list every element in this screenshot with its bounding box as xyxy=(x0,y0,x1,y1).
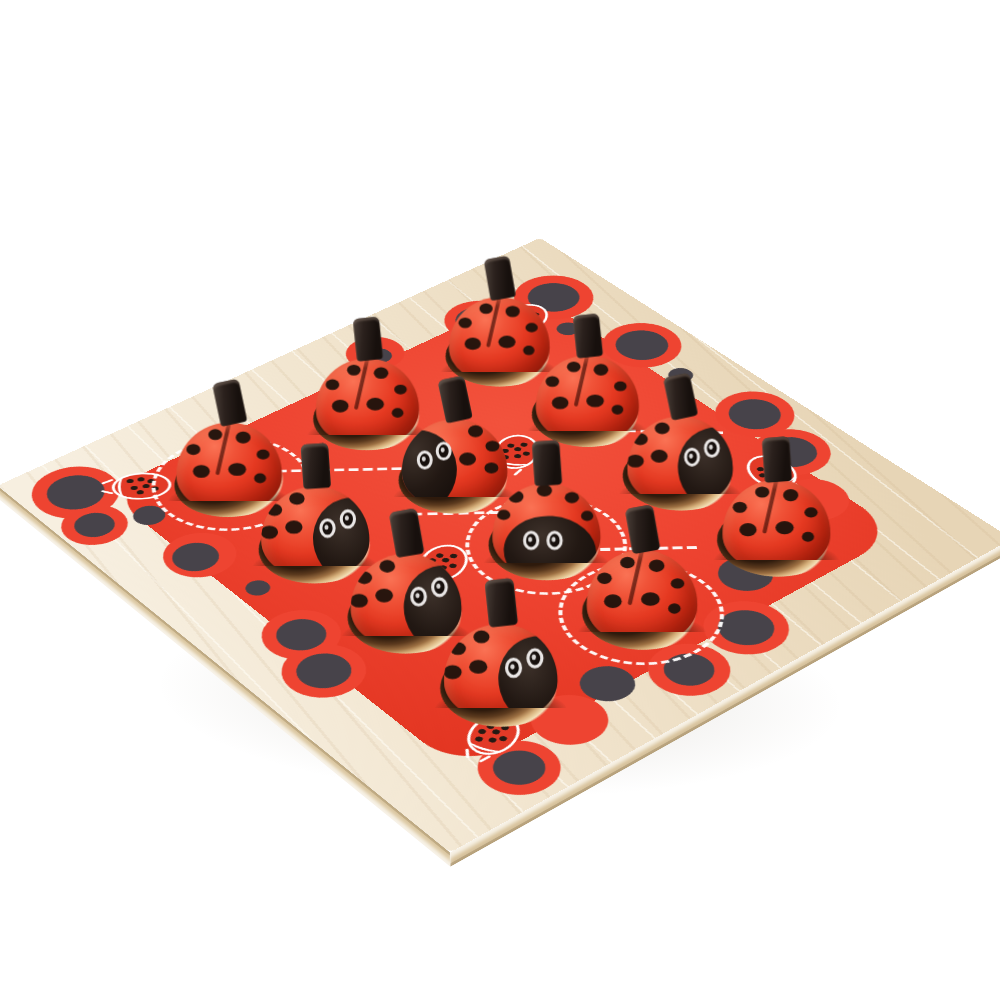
ladybug-eye xyxy=(547,530,563,549)
ladybug-dome xyxy=(587,550,698,644)
ladybug-spot xyxy=(756,486,770,497)
ladybug-spot xyxy=(553,396,570,409)
ladybug-spot xyxy=(802,532,814,542)
ladybug-spot xyxy=(465,337,481,349)
ladybug-spot xyxy=(605,594,623,608)
ladybug-spot xyxy=(332,399,349,412)
ladybug-eye xyxy=(523,530,539,549)
ladybug-spot xyxy=(186,444,200,455)
ladybug-spot xyxy=(379,560,395,573)
ladybug-spot xyxy=(594,364,609,376)
ladybug-eye xyxy=(505,658,522,678)
piece-peg-handle[interactable] xyxy=(663,372,698,420)
ladybug-spot xyxy=(621,557,636,568)
ladybug-spot xyxy=(651,449,668,462)
piece-peg-handle[interactable] xyxy=(438,375,473,423)
ladybug-spot xyxy=(740,523,757,536)
ladybug-eye xyxy=(319,519,335,538)
hole-grid xyxy=(118,297,889,765)
ladybug-spot xyxy=(633,433,648,445)
ladybug-piece[interactable] xyxy=(430,573,571,742)
ladybug-spot xyxy=(496,509,509,519)
ladybug-spot xyxy=(480,303,493,313)
ladybug-spot xyxy=(459,452,476,465)
ladybug-spot xyxy=(375,588,393,602)
ladybug-spot xyxy=(597,573,612,584)
ladybug-eye xyxy=(526,649,543,669)
ladybug-spot xyxy=(325,379,339,390)
ladybug-spot xyxy=(783,489,798,501)
piece-peg-handle[interactable] xyxy=(212,378,247,426)
ladybug-spot xyxy=(350,594,368,608)
ladybug-spot xyxy=(733,502,747,513)
piece-peg-handle[interactable] xyxy=(353,316,384,361)
ladybug-spot xyxy=(261,526,278,539)
ladybug-spot xyxy=(671,579,685,589)
ladybug-spot xyxy=(193,465,210,478)
ladybug-spot xyxy=(459,317,472,327)
ladybug-spot xyxy=(642,592,661,606)
ladybug-spot xyxy=(266,504,281,516)
piece-peg-handle[interactable] xyxy=(762,436,793,483)
ladybug-dome xyxy=(723,480,831,572)
ladybug-spot xyxy=(473,630,489,643)
ladybug-spot xyxy=(655,422,670,434)
ladybug-spot xyxy=(568,361,582,372)
ladybug-spot xyxy=(628,454,645,467)
game-board xyxy=(0,238,1000,853)
piece-peg-handle[interactable] xyxy=(532,440,563,487)
ladybug-spot xyxy=(649,560,665,573)
ladybug-spot xyxy=(499,335,516,347)
ladybug-spot xyxy=(668,603,681,613)
ladybug-spot xyxy=(367,398,385,411)
piece-peg-handle[interactable] xyxy=(625,504,661,554)
ladybug-dome xyxy=(444,624,557,720)
piece-peg-handle[interactable] xyxy=(484,578,518,628)
ladybug-spot xyxy=(289,492,304,504)
ladybug-spot xyxy=(805,508,818,518)
ladybug-spot xyxy=(449,643,465,656)
ladybug-spot xyxy=(776,521,794,534)
ladybug-spot xyxy=(546,376,560,387)
ladybug-spot xyxy=(587,394,604,407)
scene xyxy=(0,0,1000,1000)
ladybug-spot xyxy=(356,572,372,585)
ladybug-spot xyxy=(347,364,361,375)
ladybug-spot xyxy=(208,429,222,440)
product-photo xyxy=(0,0,1000,1000)
play-field xyxy=(104,292,901,773)
piece-peg-handle[interactable] xyxy=(484,255,517,301)
ladybug-spot xyxy=(444,665,462,679)
ladybug-spot xyxy=(285,520,302,533)
ladybug-spot xyxy=(536,484,551,496)
ladybug-eye xyxy=(409,587,426,607)
piece-peg-handle[interactable] xyxy=(300,443,331,490)
ladybug-spot xyxy=(469,660,487,674)
ladybug-spot xyxy=(508,490,523,502)
ladybug-eye xyxy=(684,448,700,467)
piece-peg-handle[interactable] xyxy=(573,313,604,358)
piece-peg-handle[interactable] xyxy=(388,508,424,558)
ladybug-spot xyxy=(505,306,519,317)
ladybug-spot xyxy=(373,367,388,379)
ladybug-spot xyxy=(228,463,246,476)
